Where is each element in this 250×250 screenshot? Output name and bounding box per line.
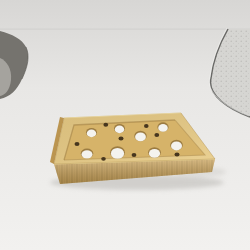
small-hole — [119, 136, 124, 140]
small-hole — [103, 123, 108, 127]
small-hole — [175, 152, 180, 156]
small-hole — [154, 133, 159, 137]
large-hole — [171, 141, 182, 150]
large-hole — [87, 130, 96, 138]
product-photo — [0, 0, 250, 250]
large-hole — [149, 149, 160, 158]
large-hole — [135, 133, 146, 142]
large-hole — [115, 126, 124, 134]
large-hole — [111, 148, 124, 159]
scene-svg — [0, 0, 250, 250]
small-hole — [101, 157, 106, 161]
small-hole — [144, 124, 149, 128]
large-hole — [158, 124, 168, 132]
wall-seam — [0, 29, 250, 30]
small-hole — [132, 153, 137, 157]
large-hole — [82, 150, 93, 158]
small-hole — [75, 142, 80, 146]
